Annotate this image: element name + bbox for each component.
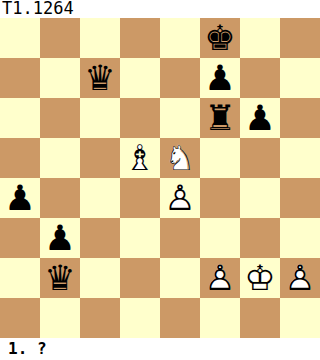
chess-board: ♚♛♟♜♟♝♗♞♘♟♟♙♟♛♟♙♚♔♟♙ bbox=[0, 18, 320, 338]
piece-black-pawn[interactable]: ♟ bbox=[0, 178, 40, 218]
square-g8[interactable] bbox=[240, 18, 280, 58]
square-c2[interactable] bbox=[80, 258, 120, 298]
square-g5[interactable] bbox=[240, 138, 280, 178]
piece-fill-white-knight: ♞ bbox=[160, 138, 200, 178]
piece-white-bishop[interactable]: ♗ bbox=[120, 138, 160, 178]
square-f4[interactable] bbox=[200, 178, 240, 218]
square-e5[interactable]: ♞♘ bbox=[160, 138, 200, 178]
square-b8[interactable] bbox=[40, 18, 80, 58]
square-e1[interactable] bbox=[160, 298, 200, 338]
square-a4[interactable]: ♟ bbox=[0, 178, 40, 218]
square-e3[interactable] bbox=[160, 218, 200, 258]
square-c4[interactable] bbox=[80, 178, 120, 218]
square-f2[interactable]: ♟♙ bbox=[200, 258, 240, 298]
piece-fill-white-pawn: ♟ bbox=[160, 178, 200, 218]
piece-black-rook[interactable]: ♜ bbox=[200, 98, 240, 138]
piece-fill-white-pawn: ♟ bbox=[280, 258, 320, 298]
square-a1[interactable] bbox=[0, 298, 40, 338]
square-d5[interactable]: ♝♗ bbox=[120, 138, 160, 178]
square-e6[interactable] bbox=[160, 98, 200, 138]
puzzle-title: T1.1264 bbox=[2, 0, 74, 18]
square-e2[interactable] bbox=[160, 258, 200, 298]
square-d2[interactable] bbox=[120, 258, 160, 298]
piece-white-knight[interactable]: ♘ bbox=[160, 138, 200, 178]
piece-black-queen[interactable]: ♛ bbox=[40, 258, 80, 298]
square-g6[interactable]: ♟ bbox=[240, 98, 280, 138]
piece-white-pawn[interactable]: ♙ bbox=[280, 258, 320, 298]
square-c6[interactable] bbox=[80, 98, 120, 138]
square-b2[interactable]: ♛ bbox=[40, 258, 80, 298]
piece-fill-white-pawn: ♟ bbox=[200, 258, 240, 298]
piece-black-pawn[interactable]: ♟ bbox=[200, 58, 240, 98]
square-b3[interactable]: ♟ bbox=[40, 218, 80, 258]
puzzle-window: T1.1264 ♚♛♟♜♟♝♗♞♘♟♟♙♟♛♟♙♚♔♟♙ 1. ? bbox=[0, 0, 320, 360]
square-d1[interactable] bbox=[120, 298, 160, 338]
square-f1[interactable] bbox=[200, 298, 240, 338]
piece-fill-white-king: ♚ bbox=[240, 258, 280, 298]
square-d7[interactable] bbox=[120, 58, 160, 98]
square-e7[interactable] bbox=[160, 58, 200, 98]
square-c5[interactable] bbox=[80, 138, 120, 178]
square-h7[interactable] bbox=[280, 58, 320, 98]
square-c3[interactable] bbox=[80, 218, 120, 258]
square-h4[interactable] bbox=[280, 178, 320, 218]
square-g7[interactable] bbox=[240, 58, 280, 98]
square-a2[interactable] bbox=[0, 258, 40, 298]
square-f3[interactable] bbox=[200, 218, 240, 258]
square-h3[interactable] bbox=[280, 218, 320, 258]
square-h1[interactable] bbox=[280, 298, 320, 338]
piece-white-pawn[interactable]: ♙ bbox=[200, 258, 240, 298]
square-b4[interactable] bbox=[40, 178, 80, 218]
square-f7[interactable]: ♟ bbox=[200, 58, 240, 98]
square-d6[interactable] bbox=[120, 98, 160, 138]
square-b1[interactable] bbox=[40, 298, 80, 338]
square-g2[interactable]: ♚♔ bbox=[240, 258, 280, 298]
square-d4[interactable] bbox=[120, 178, 160, 218]
square-d3[interactable] bbox=[120, 218, 160, 258]
square-f8[interactable]: ♚ bbox=[200, 18, 240, 58]
square-c1[interactable] bbox=[80, 298, 120, 338]
piece-black-pawn[interactable]: ♟ bbox=[40, 218, 80, 258]
square-a8[interactable] bbox=[0, 18, 40, 58]
square-a7[interactable] bbox=[0, 58, 40, 98]
square-e8[interactable] bbox=[160, 18, 200, 58]
move-prompt: 1. ? bbox=[8, 339, 47, 359]
square-b5[interactable] bbox=[40, 138, 80, 178]
piece-black-queen[interactable]: ♛ bbox=[80, 58, 120, 98]
square-g4[interactable] bbox=[240, 178, 280, 218]
square-a6[interactable] bbox=[0, 98, 40, 138]
square-a5[interactable] bbox=[0, 138, 40, 178]
square-h2[interactable]: ♟♙ bbox=[280, 258, 320, 298]
square-g3[interactable] bbox=[240, 218, 280, 258]
square-c7[interactable]: ♛ bbox=[80, 58, 120, 98]
square-e4[interactable]: ♟♙ bbox=[160, 178, 200, 218]
square-g1[interactable] bbox=[240, 298, 280, 338]
square-c8[interactable] bbox=[80, 18, 120, 58]
piece-fill-white-bishop: ♝ bbox=[120, 138, 160, 178]
square-a3[interactable] bbox=[0, 218, 40, 258]
piece-white-pawn[interactable]: ♙ bbox=[160, 178, 200, 218]
square-b7[interactable] bbox=[40, 58, 80, 98]
square-f5[interactable] bbox=[200, 138, 240, 178]
square-b6[interactable] bbox=[40, 98, 80, 138]
piece-black-king[interactable]: ♚ bbox=[200, 18, 240, 58]
square-f6[interactable]: ♜ bbox=[200, 98, 240, 138]
square-h8[interactable] bbox=[280, 18, 320, 58]
square-h6[interactable] bbox=[280, 98, 320, 138]
piece-white-king[interactable]: ♔ bbox=[240, 258, 280, 298]
square-d8[interactable] bbox=[120, 18, 160, 58]
piece-black-pawn[interactable]: ♟ bbox=[240, 98, 280, 138]
square-h5[interactable] bbox=[280, 138, 320, 178]
